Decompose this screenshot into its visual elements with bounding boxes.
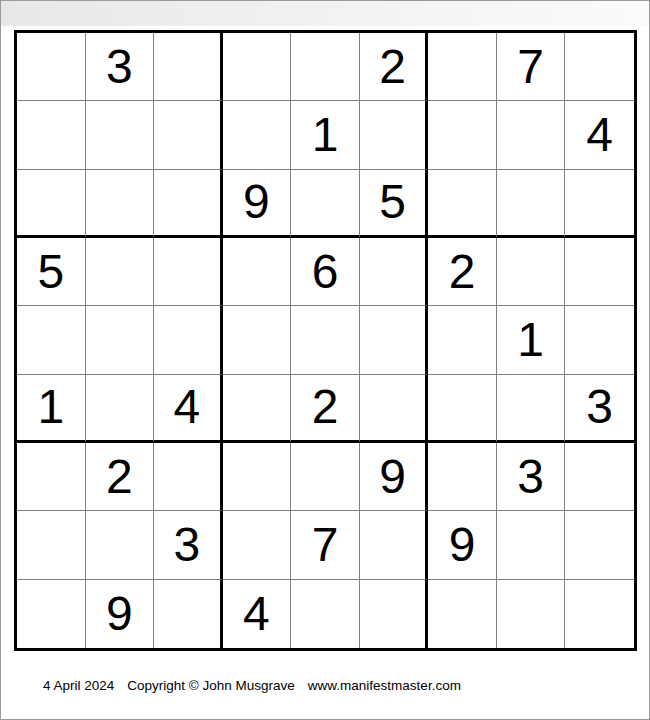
sudoku-cell-r1c8[interactable]: 7 <box>497 33 566 101</box>
sudoku-cell-r5c7[interactable] <box>428 306 497 374</box>
sudoku-cell-r8c2[interactable] <box>86 511 155 579</box>
sudoku-cell-r8c7[interactable]: 9 <box>428 511 497 579</box>
sudoku-cell-r8c4[interactable] <box>223 511 292 579</box>
footer-website: www.manifestmaster.com <box>308 678 461 693</box>
sudoku-cell-r8c1[interactable] <box>17 511 86 579</box>
sudoku-cell-r2c4[interactable] <box>223 101 292 169</box>
sudoku-cell-r9c1[interactable] <box>17 580 86 648</box>
sudoku-cell-r5c8[interactable]: 1 <box>497 306 566 374</box>
sudoku-cell-r7c5[interactable] <box>291 443 360 511</box>
sudoku-cell-r2c3[interactable] <box>154 101 223 169</box>
sudoku-cell-r6c7[interactable] <box>428 375 497 443</box>
sudoku-cell-r9c5[interactable] <box>291 580 360 648</box>
sudoku-cell-r2c7[interactable] <box>428 101 497 169</box>
sudoku-cell-r7c7[interactable] <box>428 443 497 511</box>
footer-copyright: Copyright © John Musgrave <box>127 678 295 693</box>
sudoku-cell-r4c1[interactable]: 5 <box>17 238 86 306</box>
sudoku-cell-r5c4[interactable] <box>223 306 292 374</box>
sudoku-cell-r6c8[interactable] <box>497 375 566 443</box>
sudoku-cell-r6c5[interactable]: 2 <box>291 375 360 443</box>
sudoku-cell-r3c7[interactable] <box>428 170 497 238</box>
sudoku-cell-r3c1[interactable] <box>17 170 86 238</box>
sudoku-cell-r8c3[interactable]: 3 <box>154 511 223 579</box>
sudoku-cell-r6c4[interactable] <box>223 375 292 443</box>
sudoku-cell-r4c4[interactable] <box>223 238 292 306</box>
sudoku-cell-r5c1[interactable] <box>17 306 86 374</box>
sudoku-cell-r4c9[interactable] <box>565 238 634 306</box>
sudoku-cell-r6c2[interactable] <box>86 375 155 443</box>
sudoku-cell-r2c1[interactable] <box>17 101 86 169</box>
sudoku-cell-r3c6[interactable]: 5 <box>360 170 429 238</box>
sudoku-cell-r7c3[interactable] <box>154 443 223 511</box>
sudoku-cell-r9c3[interactable] <box>154 580 223 648</box>
sudoku-cell-r1c3[interactable] <box>154 33 223 101</box>
sudoku-cell-r6c9[interactable]: 3 <box>565 375 634 443</box>
sudoku-cell-r1c6[interactable]: 2 <box>360 33 429 101</box>
sudoku-cell-r4c7[interactable]: 2 <box>428 238 497 306</box>
sudoku-cell-r4c5[interactable]: 6 <box>291 238 360 306</box>
sudoku-cell-r4c6[interactable] <box>360 238 429 306</box>
sudoku-cell-r2c6[interactable] <box>360 101 429 169</box>
sudoku-cell-r2c9[interactable]: 4 <box>565 101 634 169</box>
sudoku-cell-r1c5[interactable] <box>291 33 360 101</box>
sudoku-cell-r9c2[interactable]: 9 <box>86 580 155 648</box>
sudoku-cell-r6c3[interactable]: 4 <box>154 375 223 443</box>
sudoku-cell-r8c9[interactable] <box>565 511 634 579</box>
sudoku-cell-r9c9[interactable] <box>565 580 634 648</box>
sudoku-cell-r1c7[interactable] <box>428 33 497 101</box>
sudoku-cell-r1c1[interactable] <box>17 33 86 101</box>
sudoku-cell-r5c9[interactable] <box>565 306 634 374</box>
sudoku-cell-r2c5[interactable]: 1 <box>291 101 360 169</box>
sudoku-cell-r9c4[interactable]: 4 <box>223 580 292 648</box>
sudoku-cell-r1c9[interactable] <box>565 33 634 101</box>
sudoku-cell-r4c8[interactable] <box>497 238 566 306</box>
sudoku-cell-r7c8[interactable]: 3 <box>497 443 566 511</box>
sudoku-cell-r6c6[interactable] <box>360 375 429 443</box>
sudoku-cell-r7c4[interactable] <box>223 443 292 511</box>
footer: 4 April 2024 Copyright © John Musgrave w… <box>1 678 649 693</box>
sudoku-grid: 32714955621142329337994 <box>14 30 637 651</box>
sudoku-cell-r4c3[interactable] <box>154 238 223 306</box>
sudoku-cell-r3c5[interactable] <box>291 170 360 238</box>
sudoku-cell-r5c2[interactable] <box>86 306 155 374</box>
sudoku-cell-r7c6[interactable]: 9 <box>360 443 429 511</box>
titlebar <box>1 1 649 26</box>
sudoku-cell-r3c3[interactable] <box>154 170 223 238</box>
sudoku-cell-r8c5[interactable]: 7 <box>291 511 360 579</box>
sudoku-cell-r7c9[interactable] <box>565 443 634 511</box>
sudoku-cell-r9c6[interactable] <box>360 580 429 648</box>
footer-date: 4 April 2024 <box>43 678 114 693</box>
sudoku-cell-r7c1[interactable] <box>17 443 86 511</box>
sudoku-cell-r3c2[interactable] <box>86 170 155 238</box>
sudoku-cell-r4c2[interactable] <box>86 238 155 306</box>
page: 32714955621142329337994 4 April 2024 Cop… <box>0 0 650 720</box>
sudoku-cell-r7c2[interactable]: 2 <box>86 443 155 511</box>
sudoku-cell-r9c7[interactable] <box>428 580 497 648</box>
sudoku-cell-r6c1[interactable]: 1 <box>17 375 86 443</box>
sudoku-cell-r2c2[interactable] <box>86 101 155 169</box>
sudoku-cell-r1c2[interactable]: 3 <box>86 33 155 101</box>
sudoku-cell-r8c6[interactable] <box>360 511 429 579</box>
sudoku-cell-r3c8[interactable] <box>497 170 566 238</box>
sudoku-cell-r5c3[interactable] <box>154 306 223 374</box>
sudoku-cell-r3c4[interactable]: 9 <box>223 170 292 238</box>
sudoku-cell-r5c5[interactable] <box>291 306 360 374</box>
sudoku-cell-r5c6[interactable] <box>360 306 429 374</box>
sudoku-cell-r8c8[interactable] <box>497 511 566 579</box>
sudoku-cell-r9c8[interactable] <box>497 580 566 648</box>
sudoku-cell-r1c4[interactable] <box>223 33 292 101</box>
sudoku-cell-r3c9[interactable] <box>565 170 634 238</box>
sudoku-cell-r2c8[interactable] <box>497 101 566 169</box>
